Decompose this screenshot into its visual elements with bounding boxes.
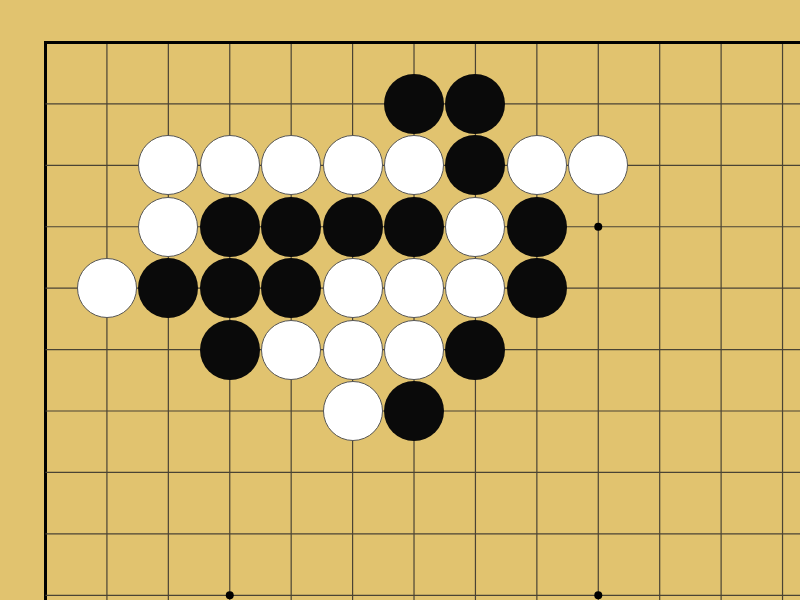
stone-layer [15, 12, 800, 600]
white-stone [384, 135, 444, 195]
black-stone [200, 320, 260, 380]
black-stone [200, 197, 260, 257]
white-stone [384, 258, 444, 318]
white-stone [445, 197, 505, 257]
white-stone [568, 135, 628, 195]
black-stone [138, 258, 198, 318]
black-stone [445, 135, 505, 195]
white-stone [77, 258, 137, 318]
white-stone [323, 320, 383, 380]
go-board[interactable] [0, 0, 800, 600]
white-stone [200, 135, 260, 195]
white-stone [445, 258, 505, 318]
black-stone [200, 258, 260, 318]
white-stone [138, 197, 198, 257]
black-stone [261, 197, 321, 257]
black-stone [384, 197, 444, 257]
white-stone [261, 320, 321, 380]
black-stone [445, 74, 505, 134]
white-stone [323, 381, 383, 441]
black-stone [261, 258, 321, 318]
white-stone [323, 135, 383, 195]
white-stone [323, 258, 383, 318]
white-stone [384, 320, 444, 380]
black-stone [507, 197, 567, 257]
white-stone [507, 135, 567, 195]
black-stone [384, 74, 444, 134]
black-stone [384, 381, 444, 441]
white-stone [138, 135, 198, 195]
black-stone [323, 197, 383, 257]
white-stone [261, 135, 321, 195]
black-stone [507, 258, 567, 318]
black-stone [445, 320, 505, 380]
